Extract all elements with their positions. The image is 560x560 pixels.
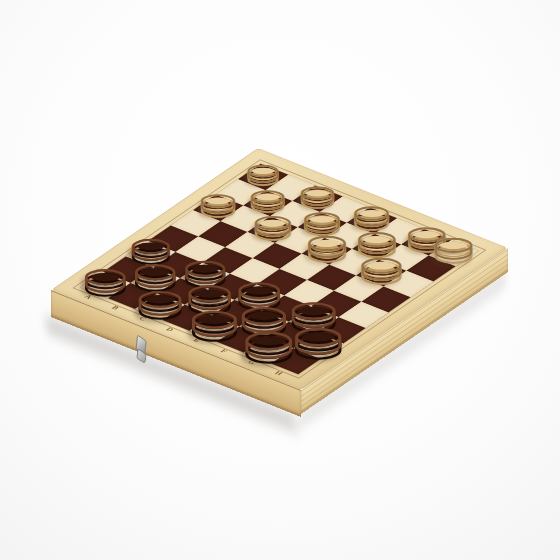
checker-ring-glyph: ⛀ xyxy=(293,314,345,363)
checker-light-g6[interactable]: ⛂⛀ xyxy=(359,246,403,288)
checker-ring-glyph: ⛀ xyxy=(83,257,128,300)
checker-dark-g1[interactable]: ⛂⛀ xyxy=(243,318,295,368)
file-label-f: F xyxy=(219,348,229,354)
file-label-b: B xyxy=(110,304,121,310)
checker-dark-a1[interactable]: ⛂⛀ xyxy=(83,257,128,300)
checker-ring-glyph: ⛀ xyxy=(199,184,237,220)
checker-ring-glyph: ⛀ xyxy=(189,298,239,346)
checker-dark-h2[interactable]: ⛂⛀ xyxy=(293,314,345,363)
checker-light-h8[interactable]: ⛂⛀ xyxy=(432,227,474,267)
checker-ring-glyph: ⛀ xyxy=(359,246,403,288)
checker-light-e6[interactable]: ⛂⛀ xyxy=(306,225,348,265)
checker-ring-glyph: ⛀ xyxy=(432,227,474,267)
checker-ring-glyph: ⛀ xyxy=(306,225,348,265)
checker-dark-c1[interactable]: ⛂⛀ xyxy=(136,277,184,322)
checker-dark-e1[interactable]: ⛂⛀ xyxy=(189,298,239,346)
file-label-d: D xyxy=(165,326,176,332)
checker-ring-glyph: ⛀ xyxy=(253,205,293,243)
checker-light-a6[interactable]: ⛂⛀ xyxy=(199,184,237,220)
checker-ring-glyph: ⛀ xyxy=(136,277,184,322)
checkers-set-photo: ABCDEFGH ⛂⛀⛂⛀⛂⛀⛂⛀⛂⛀⛂⛀⛂⛀⛂⛀⛂⛀⛂⛀⛂⛀⛂⛀⛂⛀⛂⛀⛂⛀⛂… xyxy=(0,0,560,560)
checker-light-c6[interactable]: ⛂⛀ xyxy=(253,205,293,243)
checker-ring-glyph: ⛀ xyxy=(243,318,295,368)
